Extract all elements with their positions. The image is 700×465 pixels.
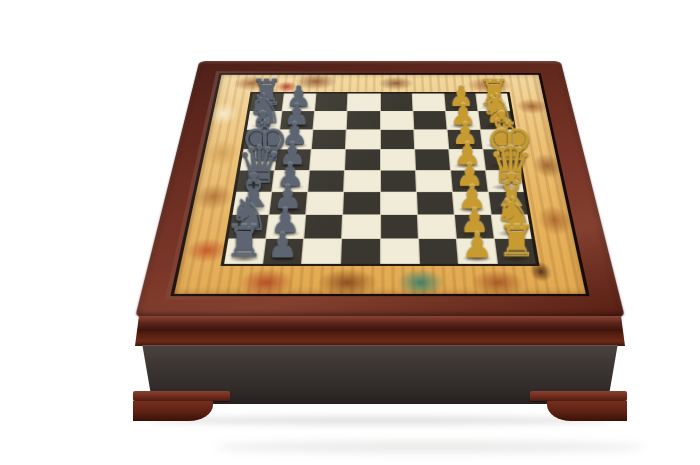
board-cell (304, 214, 343, 238)
board-square (478, 111, 513, 129)
board-square (250, 94, 284, 111)
board-square (444, 94, 477, 111)
board-square (476, 94, 510, 111)
board-square (345, 150, 379, 170)
board-cell (417, 214, 456, 238)
board-cell (415, 170, 452, 192)
board-cell: ♟ (456, 238, 497, 263)
piece-gold-rook: ♜ (497, 220, 536, 263)
piece-gold-pawn: ♟ (458, 229, 497, 263)
board-square (348, 94, 380, 111)
box-foot-left (133, 391, 230, 422)
board-cell (380, 214, 418, 238)
board-cell (308, 170, 345, 192)
board-cell (343, 192, 380, 215)
board-square (280, 111, 314, 129)
board-cell: ♜ (494, 238, 536, 263)
board-square (380, 150, 414, 170)
ground-shadow (215, 441, 645, 453)
lid-front-edge (135, 316, 625, 346)
box-foot-right (530, 391, 627, 422)
board-square (414, 130, 448, 149)
board-square (346, 130, 379, 149)
board-square (380, 94, 412, 111)
board-square (315, 94, 347, 111)
foot-bracket (547, 401, 627, 421)
board-cell (342, 214, 380, 238)
board-cell: ♜ (224, 238, 266, 263)
board-cell (344, 170, 380, 192)
box-lid-top: ♜♟♟♜♞♟♟♞♝♟♟♝♚♟♟♚♛♟♟♛♝♟♟♝♞♟♟♞♜♟♟♜ (135, 61, 625, 317)
board-square (447, 130, 482, 149)
board-square (312, 130, 346, 149)
scene: ♜♟♟♜♞♟♟♞♝♟♟♝♚♟♟♚♛♟♟♛♝♟♟♝♞♟♟♞♜♟♟♜ (0, 0, 700, 465)
board-cell (380, 170, 416, 192)
board-square (278, 130, 313, 149)
board-cell (416, 192, 454, 215)
board-square (314, 111, 347, 129)
board-square (413, 111, 446, 129)
piece-silver-rook: ♜ (224, 220, 263, 263)
board-square (380, 130, 413, 149)
foot-molding (530, 391, 627, 401)
board-cell: ♟ (263, 238, 304, 263)
board-cell (306, 192, 344, 215)
board-square (415, 150, 450, 170)
foot-molding (133, 391, 230, 401)
board-square (380, 111, 412, 129)
piece-silver-pawn: ♟ (263, 229, 302, 263)
board-square (283, 94, 316, 111)
board-square (446, 111, 480, 129)
board-square (247, 111, 282, 129)
board-square (412, 94, 444, 111)
board-square (310, 150, 345, 170)
board-square (347, 111, 379, 129)
board-cell (380, 192, 417, 215)
foot-bracket (133, 401, 213, 421)
